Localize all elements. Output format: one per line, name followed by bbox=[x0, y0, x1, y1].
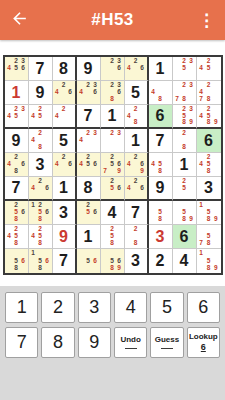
candidate-7: 7 bbox=[102, 168, 109, 175]
candidate-5: 5 bbox=[13, 113, 20, 120]
digit-button-3[interactable]: 3 bbox=[78, 292, 111, 323]
candidate-grid: 245 bbox=[29, 105, 52, 127]
candidate-8: 8 bbox=[157, 96, 164, 103]
cell-r6c6[interactable]: 246 bbox=[125, 177, 149, 201]
cell-r8c5[interactable]: 258 bbox=[101, 225, 125, 249]
cell-r3c4[interactable]: 7 bbox=[77, 105, 101, 129]
cell-r4c7[interactable]: 7 bbox=[149, 129, 173, 153]
digit-button-2[interactable]: 2 bbox=[41, 292, 74, 323]
cell-r3c8[interactable]: 23589 bbox=[173, 105, 197, 129]
candidate-8: 8 bbox=[205, 240, 212, 247]
candidate-8: 8 bbox=[109, 265, 116, 272]
candidate-7: 7 bbox=[198, 240, 205, 247]
control-panel: 123456789UndoGuessLookup6 bbox=[0, 286, 225, 400]
cell-r7c5[interactable]: 4 bbox=[101, 201, 125, 225]
candidate-4: 4 bbox=[150, 161, 157, 168]
candidate-1: 1 bbox=[30, 250, 37, 257]
cell-r9c9[interactable]: 1589 bbox=[197, 249, 221, 273]
candidate-8: 8 bbox=[205, 96, 212, 103]
candidate-grid: 246 bbox=[125, 177, 147, 199]
cell-r3c9[interactable]: 24589 bbox=[197, 105, 221, 129]
cell-r7c7[interactable]: 58 bbox=[149, 201, 173, 225]
candidate-6: 6 bbox=[44, 209, 51, 216]
app-header: #H53 ⋮ bbox=[0, 0, 225, 40]
cell-r2c9[interactable]: 2478 bbox=[197, 81, 221, 105]
cell-r2c5[interactable]: 2368 bbox=[101, 81, 125, 105]
cell-r6c1[interactable]: 7 bbox=[5, 177, 29, 201]
cell-r3c5[interactable]: 1 bbox=[101, 105, 125, 129]
candidate-6: 6 bbox=[92, 209, 99, 216]
candidate-4: 4 bbox=[126, 113, 133, 120]
cell-r3c2[interactable]: 245 bbox=[29, 105, 53, 129]
cell-r9c2[interactable]: 1568 bbox=[29, 249, 53, 273]
cell-r2c3[interactable]: 246 bbox=[53, 81, 77, 105]
candidate-8: 8 bbox=[37, 216, 44, 223]
candidate-grid: 2345 bbox=[5, 105, 28, 127]
candidate-8: 8 bbox=[181, 144, 188, 151]
candidate-2: 2 bbox=[205, 82, 212, 89]
candidate-2: 2 bbox=[37, 178, 44, 185]
candidate-9: 9 bbox=[212, 265, 219, 272]
cell-r4c4[interactable]: 234 bbox=[77, 129, 101, 153]
cell-r4c9[interactable]: 6 bbox=[197, 129, 221, 153]
cell-r1c4[interactable]: 9 bbox=[77, 57, 101, 81]
cell-r7c3[interactable]: 3 bbox=[53, 201, 77, 225]
cell-r5c9[interactable]: 2458 bbox=[197, 153, 221, 177]
cell-r1c9[interactable]: 245 bbox=[197, 57, 221, 81]
candidate-grid: 1589 bbox=[197, 201, 221, 224]
candidate-2: 2 bbox=[85, 82, 92, 89]
cell-r4c6[interactable]: 1 bbox=[125, 129, 149, 153]
cell-r7c4[interactable]: 256 bbox=[77, 201, 101, 225]
candidate-2: 2 bbox=[13, 154, 20, 161]
candidate-3: 3 bbox=[188, 58, 195, 65]
undo-label: Undo bbox=[120, 336, 140, 345]
candidate-grid: 5689 bbox=[101, 249, 124, 273]
candidate-5: 5 bbox=[109, 185, 116, 192]
candidate-8: 8 bbox=[157, 168, 164, 175]
sudoku-board: 2345678923624612352451924623462368548237… bbox=[3, 55, 223, 275]
cell-r8c6[interactable]: 28 bbox=[125, 225, 149, 249]
candidate-5: 5 bbox=[85, 161, 92, 168]
cell-r3c1[interactable]: 2345 bbox=[5, 105, 29, 129]
cell-r6c2[interactable]: 246 bbox=[29, 177, 53, 201]
candidate-grid: 2346 bbox=[77, 81, 100, 104]
candidate-grid: 235 bbox=[173, 57, 196, 80]
cell-r5c3[interactable]: 246 bbox=[53, 153, 77, 177]
candidate-6: 6 bbox=[67, 161, 74, 168]
cell-r3c3[interactable]: 24 bbox=[53, 105, 77, 129]
candidate-2: 2 bbox=[37, 130, 44, 137]
cell-r7c6[interactable]: 7 bbox=[125, 201, 149, 225]
cell-r8c2[interactable]: 2458 bbox=[29, 225, 53, 249]
candidate-6: 6 bbox=[44, 185, 51, 192]
candidate-grid: 23589 bbox=[173, 105, 196, 127]
candidate-2: 2 bbox=[132, 106, 139, 113]
candidate-grid: 236 bbox=[101, 57, 124, 80]
undo-underline bbox=[125, 348, 137, 349]
candidate-grid: 2456 bbox=[77, 153, 100, 176]
cell-r6c9[interactable]: 3 bbox=[197, 177, 221, 201]
cell-r4c2[interactable]: 248 bbox=[29, 129, 53, 153]
candidate-9: 9 bbox=[188, 216, 195, 223]
candidate-4: 4 bbox=[78, 89, 85, 96]
cell-r1c1[interactable]: 23456 bbox=[5, 57, 29, 81]
candidate-5: 5 bbox=[181, 65, 188, 72]
candidate-grid: 248 bbox=[29, 129, 52, 152]
candidate-grid: 2368 bbox=[101, 81, 124, 104]
cell-r8c7[interactable]: 3 bbox=[149, 225, 173, 249]
arrow-left-icon bbox=[10, 9, 29, 31]
candidate-4: 4 bbox=[6, 233, 13, 240]
cell-r8c1[interactable]: 2458 bbox=[5, 225, 29, 249]
candidate-grid: 458 bbox=[149, 153, 172, 176]
candidate-6: 6 bbox=[20, 161, 27, 168]
candidate-grid: 2458 bbox=[5, 225, 28, 248]
cell-r9c7[interactable]: 2 bbox=[149, 249, 173, 273]
candidate-4: 4 bbox=[6, 65, 13, 72]
candidate-1: 1 bbox=[198, 250, 205, 257]
cell-r6c7[interactable]: 9 bbox=[149, 177, 173, 201]
candidate-2: 2 bbox=[85, 130, 92, 137]
candidate-4: 4 bbox=[150, 89, 157, 96]
cell-r1c2[interactable]: 7 bbox=[29, 57, 53, 81]
guess-underline bbox=[161, 348, 173, 349]
cell-r1c5[interactable]: 236 bbox=[101, 57, 125, 81]
candidate-8: 8 bbox=[181, 216, 188, 223]
cell-r5c2[interactable]: 3 bbox=[29, 153, 53, 177]
app-screen: #H53 ⋮ 234567892362461235245192462346236… bbox=[0, 0, 225, 400]
candidate-2: 2 bbox=[60, 82, 67, 89]
candidate-4: 4 bbox=[54, 89, 61, 96]
candidate-grid: 1568 bbox=[29, 249, 52, 273]
candidate-6: 6 bbox=[20, 209, 27, 216]
cell-r2c1[interactable]: 1 bbox=[5, 81, 29, 105]
cell-r8c4[interactable]: 1 bbox=[77, 225, 101, 249]
candidate-6: 6 bbox=[116, 89, 123, 96]
digit-button-7[interactable]: 7 bbox=[5, 327, 38, 358]
cell-r8c8[interactable]: 6 bbox=[173, 225, 197, 249]
candidate-grid: 28 bbox=[125, 225, 147, 248]
candidate-5: 5 bbox=[205, 65, 212, 72]
cell-r9c5[interactable]: 5689 bbox=[101, 249, 125, 273]
digit-button-9[interactable]: 9 bbox=[78, 327, 111, 358]
number-pad: 123456789UndoGuessLookup6 bbox=[5, 292, 220, 358]
cell-r5c1[interactable]: 2468 bbox=[5, 153, 29, 177]
cell-r5c5[interactable]: 25679 bbox=[101, 153, 125, 177]
candidate-5: 5 bbox=[85, 209, 92, 216]
cell-r6c3[interactable]: 1 bbox=[53, 177, 77, 201]
candidate-6: 6 bbox=[20, 257, 27, 264]
cell-r2c6[interactable]: 5 bbox=[125, 81, 149, 105]
candidate-grid: 578 bbox=[197, 225, 221, 248]
candidate-3: 3 bbox=[188, 106, 195, 113]
candidate-grid: 2458 bbox=[197, 153, 221, 176]
candidate-grid: 12568 bbox=[29, 201, 52, 224]
candidate-8: 8 bbox=[181, 119, 188, 126]
candidate-9: 9 bbox=[212, 216, 219, 223]
digit-button-8[interactable]: 8 bbox=[41, 327, 74, 358]
candidate-4: 4 bbox=[54, 113, 61, 120]
candidate-4: 4 bbox=[198, 65, 205, 72]
overflow-menu-button[interactable]: ⋮ bbox=[196, 10, 217, 31]
candidate-6: 6 bbox=[116, 65, 123, 72]
candidate-9: 9 bbox=[188, 119, 195, 126]
candidate-6: 6 bbox=[44, 257, 51, 264]
cell-r1c6[interactable]: 246 bbox=[125, 57, 149, 81]
candidate-8: 8 bbox=[205, 168, 212, 175]
candidate-grid: 2378 bbox=[173, 81, 196, 104]
candidate-5: 5 bbox=[13, 65, 20, 72]
cell-r1c3[interactable]: 8 bbox=[53, 57, 77, 81]
candidate-4: 4 bbox=[78, 161, 85, 168]
candidate-4: 4 bbox=[6, 113, 13, 120]
candidate-grid: 246 bbox=[53, 81, 75, 104]
candidate-4: 4 bbox=[30, 185, 37, 192]
candidate-1: 1 bbox=[30, 202, 37, 209]
digit-button-5[interactable]: 5 bbox=[150, 292, 183, 323]
cell-r7c2[interactable]: 12568 bbox=[29, 201, 53, 225]
guess-button[interactable]: Guess bbox=[150, 327, 183, 358]
candidate-8: 8 bbox=[13, 168, 20, 175]
candidate-grid: 2458 bbox=[29, 225, 52, 248]
candidate-4: 4 bbox=[30, 233, 37, 240]
digit-button-6[interactable]: 6 bbox=[187, 292, 220, 323]
candidate-2: 2 bbox=[109, 82, 116, 89]
cell-r5c4[interactable]: 2456 bbox=[77, 153, 101, 177]
candidate-grid: 58 bbox=[149, 201, 172, 224]
candidate-6: 6 bbox=[92, 257, 99, 264]
candidate-grid: 2568 bbox=[5, 201, 28, 224]
candidate-2: 2 bbox=[132, 178, 139, 185]
candidate-8: 8 bbox=[37, 240, 44, 247]
cell-r1c7[interactable]: 1 bbox=[149, 57, 173, 81]
candidate-5: 5 bbox=[85, 257, 92, 264]
candidate-grid: 256 bbox=[101, 177, 124, 199]
cell-r2c2[interactable]: 9 bbox=[29, 81, 53, 105]
candidate-8: 8 bbox=[205, 265, 212, 272]
candidate-3: 3 bbox=[92, 130, 99, 137]
cell-r9c4[interactable]: 56 bbox=[77, 249, 101, 273]
candidate-grid: 245 bbox=[197, 57, 221, 80]
candidate-8: 8 bbox=[109, 96, 116, 103]
candidate-4: 4 bbox=[198, 113, 205, 120]
cell-r4c3[interactable]: 5 bbox=[53, 129, 77, 153]
candidate-6: 6 bbox=[92, 89, 99, 96]
candidate-1: 1 bbox=[198, 202, 205, 209]
cell-r7c8[interactable]: 589 bbox=[173, 201, 197, 225]
candidate-8: 8 bbox=[132, 119, 139, 126]
back-button[interactable] bbox=[8, 7, 31, 33]
candidate-5: 5 bbox=[181, 185, 188, 192]
cell-r4c8[interactable]: 28 bbox=[173, 129, 197, 153]
lookup-label: Lookup bbox=[189, 333, 218, 342]
candidate-grid: 23 bbox=[101, 129, 124, 152]
candidate-4: 4 bbox=[126, 161, 133, 168]
cell-r9c3[interactable]: 7 bbox=[53, 249, 77, 273]
candidate-7: 7 bbox=[198, 96, 205, 103]
candidate-2: 2 bbox=[132, 58, 139, 65]
undo-button[interactable]: Undo bbox=[114, 327, 147, 358]
candidate-grid: 48 bbox=[149, 81, 172, 104]
candidate-5: 5 bbox=[37, 113, 44, 120]
candidate-2: 2 bbox=[109, 130, 116, 137]
candidate-3: 3 bbox=[116, 130, 123, 137]
candidate-grid: 23456 bbox=[5, 57, 28, 80]
cell-r9c6[interactable]: 3 bbox=[125, 249, 149, 273]
candidate-grid: 24 bbox=[53, 105, 75, 127]
cell-r8c9[interactable]: 578 bbox=[197, 225, 221, 249]
candidate-8: 8 bbox=[157, 216, 164, 223]
candidate-grid: 1589 bbox=[197, 249, 221, 273]
candidate-grid: 2469 bbox=[125, 153, 147, 176]
candidate-8: 8 bbox=[205, 216, 212, 223]
vertical-dots-icon: ⋮ bbox=[198, 12, 215, 29]
candidate-8: 8 bbox=[37, 265, 44, 272]
candidate-8: 8 bbox=[181, 96, 188, 103]
candidate-grid: 234 bbox=[77, 129, 100, 152]
candidate-grid: 25679 bbox=[101, 153, 124, 176]
cell-r9c8[interactable]: 4 bbox=[173, 249, 197, 273]
candidate-2: 2 bbox=[181, 130, 188, 137]
candidate-4: 4 bbox=[126, 65, 133, 72]
candidate-8: 8 bbox=[132, 240, 139, 247]
candidate-4: 4 bbox=[6, 161, 13, 168]
candidate-grid: 246 bbox=[53, 153, 75, 176]
lookup-value: 6 bbox=[201, 342, 206, 352]
digit-button-1[interactable]: 1 bbox=[5, 292, 38, 323]
candidate-8: 8 bbox=[13, 216, 20, 223]
candidate-4: 4 bbox=[198, 161, 205, 168]
candidate-8: 8 bbox=[13, 265, 20, 272]
cell-r1c8[interactable]: 235 bbox=[173, 57, 197, 81]
candidate-grid: 2468 bbox=[5, 153, 28, 176]
candidate-grid: 248 bbox=[125, 105, 147, 127]
candidate-grid: 246 bbox=[29, 177, 52, 199]
candidate-6: 6 bbox=[139, 65, 146, 72]
candidate-3: 3 bbox=[188, 82, 195, 89]
cell-r3c6[interactable]: 248 bbox=[125, 105, 149, 129]
candidate-9: 9 bbox=[116, 265, 123, 272]
candidate-9: 9 bbox=[212, 119, 219, 126]
cell-r2c7[interactable]: 48 bbox=[149, 81, 173, 105]
cell-r9c1[interactable]: 568 bbox=[5, 249, 29, 273]
candidate-grid: 256 bbox=[77, 201, 100, 224]
candidate-8: 8 bbox=[13, 240, 20, 247]
candidate-9: 9 bbox=[139, 168, 146, 175]
candidate-grid: 246 bbox=[125, 57, 147, 80]
candidate-2: 2 bbox=[109, 58, 116, 65]
candidate-grid: 589 bbox=[173, 201, 196, 224]
candidate-grid: 56 bbox=[77, 249, 100, 273]
cell-r6c5[interactable]: 256 bbox=[101, 177, 125, 201]
candidate-4: 4 bbox=[30, 113, 37, 120]
cell-r5c7[interactable]: 458 bbox=[149, 153, 173, 177]
candidate-2: 2 bbox=[132, 226, 139, 233]
cell-r2c8[interactable]: 2378 bbox=[173, 81, 197, 105]
digit-button-4[interactable]: 4 bbox=[114, 292, 147, 323]
candidate-2: 2 bbox=[60, 106, 67, 113]
candidate-6: 6 bbox=[92, 161, 99, 168]
cell-r2c4[interactable]: 2346 bbox=[77, 81, 101, 105]
candidate-6: 6 bbox=[20, 65, 27, 72]
candidate-grid: 258 bbox=[101, 225, 124, 248]
candidate-4: 4 bbox=[54, 161, 61, 168]
candidate-6: 6 bbox=[116, 185, 123, 192]
cell-r8c3[interactable]: 9 bbox=[53, 225, 77, 249]
candidate-7: 7 bbox=[174, 96, 181, 103]
candidate-3: 3 bbox=[20, 106, 27, 113]
guess-label: Guess bbox=[155, 336, 179, 345]
candidate-6: 6 bbox=[139, 185, 146, 192]
cell-r5c8[interactable]: 1 bbox=[173, 153, 197, 177]
lookup-button[interactable]: Lookup6 bbox=[187, 327, 220, 358]
cell-r7c9[interactable]: 1589 bbox=[197, 201, 221, 225]
candidate-8: 8 bbox=[37, 144, 44, 151]
candidate-9: 9 bbox=[116, 168, 123, 175]
cell-r4c5[interactable]: 23 bbox=[101, 129, 125, 153]
cell-r5c6[interactable]: 2469 bbox=[125, 153, 149, 177]
candidate-4: 4 bbox=[126, 185, 133, 192]
candidate-grid: 24589 bbox=[197, 105, 221, 127]
candidate-8: 8 bbox=[109, 240, 116, 247]
page-title: #H53 bbox=[0, 10, 225, 30]
cell-r6c8[interactable]: 25 bbox=[173, 177, 197, 201]
candidate-grid: 25 bbox=[173, 177, 196, 199]
candidate-2: 2 bbox=[60, 154, 67, 161]
candidate-grid: 568 bbox=[5, 249, 28, 273]
cell-r7c1[interactable]: 2568 bbox=[5, 201, 29, 225]
candidate-2: 2 bbox=[181, 82, 188, 89]
cell-r4c1[interactable]: 9 bbox=[5, 129, 29, 153]
candidate-grid: 2478 bbox=[197, 81, 221, 104]
candidate-4: 4 bbox=[30, 137, 37, 144]
candidate-8: 8 bbox=[205, 119, 212, 126]
candidate-5: 5 bbox=[109, 161, 116, 168]
cell-r6c4[interactable]: 8 bbox=[77, 177, 101, 201]
candidate-grid: 28 bbox=[173, 129, 196, 152]
candidate-2: 2 bbox=[132, 154, 139, 161]
cell-r3c7[interactable]: 6 bbox=[149, 105, 173, 129]
candidate-6: 6 bbox=[67, 89, 74, 96]
candidate-4: 4 bbox=[78, 137, 85, 144]
